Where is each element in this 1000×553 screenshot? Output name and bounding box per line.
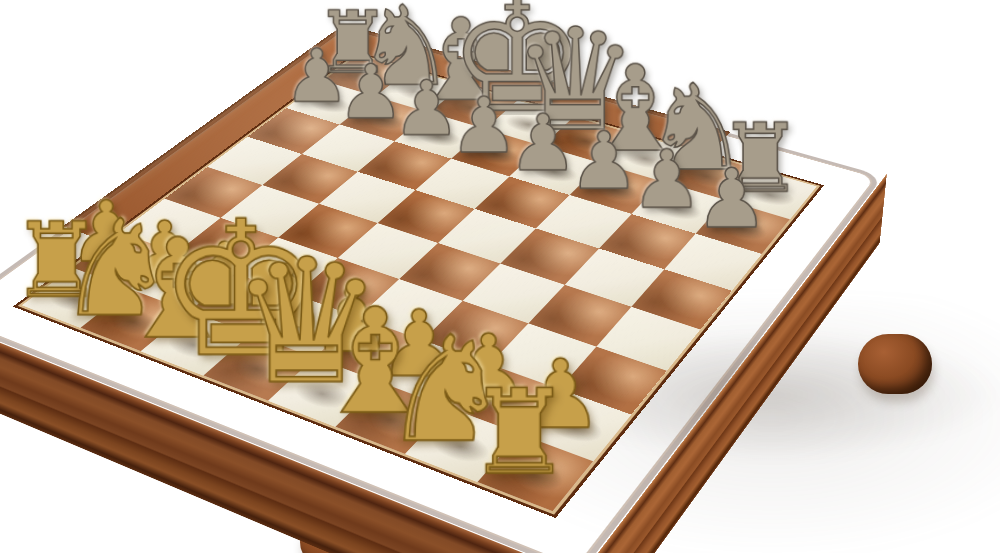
wooden-chess-case: ♜♞♝♚♛♝♞♜♟♟♟♟♟♟♟♟♟♟♟♟♟♟♟♟♜♞♝♚♛♝♞♜ bbox=[0, 24, 887, 553]
piece-pewter-pawn: ♟ bbox=[568, 121, 639, 200]
chess-set-photo: ♜♞♝♚♛♝♞♜♟♟♟♟♟♟♟♟♟♟♟♟♟♟♟♟♜♞♝♚♛♝♞♜ bbox=[0, 0, 1000, 553]
square-a5 bbox=[631, 269, 731, 329]
piece-brass-rook: ♜ bbox=[467, 373, 572, 490]
scene: ♜♞♝♚♛♝♞♜♟♟♟♟♟♟♟♟♟♟♟♟♟♟♟♟♜♞♝♚♛♝♞♜ bbox=[0, 0, 1000, 553]
case-top-frame: ♜♞♝♚♛♝♞♜♟♟♟♟♟♟♟♟♟♟♟♟♟♟♟♟♜♞♝♚♛♝♞♜ bbox=[0, 24, 887, 553]
piece-pewter-pawn: ♟ bbox=[695, 158, 768, 240]
piece-pewter-pawn: ♟ bbox=[631, 139, 703, 220]
square-a1: ♜ bbox=[477, 433, 593, 510]
